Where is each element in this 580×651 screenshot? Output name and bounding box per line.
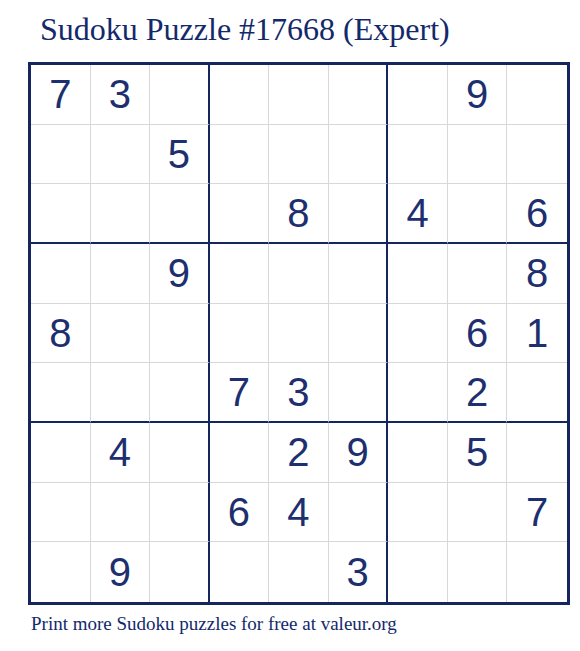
cell-r7c5-given-2[interactable]: 2 [269,423,329,483]
cell-r9c1[interactable] [31,542,91,602]
cell-r5c2[interactable] [91,304,151,364]
cell-r5c4[interactable] [210,304,270,364]
cell-r2c7[interactable] [388,125,448,185]
cell-r8c2[interactable] [91,483,151,543]
cell-r1c9[interactable] [507,65,567,125]
cell-r9c9[interactable] [507,542,567,602]
cell-r5c5[interactable] [269,304,329,364]
cell-r6c7[interactable] [388,363,448,423]
cell-r1c1-given-7[interactable]: 7 [31,65,91,125]
cell-r2c5[interactable] [269,125,329,185]
cell-r3c8[interactable] [448,184,508,244]
cell-r5c6[interactable] [329,304,389,364]
cell-r9c5[interactable] [269,542,329,602]
cell-r4c4[interactable] [210,244,270,304]
cell-r7c6-given-9[interactable]: 9 [329,423,389,483]
cell-r4c8[interactable] [448,244,508,304]
cell-r3c9-given-6[interactable]: 6 [507,184,567,244]
cell-r6c2[interactable] [91,363,151,423]
cell-r9c6-given-3[interactable]: 3 [329,542,389,602]
cell-r7c8-given-5[interactable]: 5 [448,423,508,483]
cell-r1c5[interactable] [269,65,329,125]
cell-r8c4-given-6[interactable]: 6 [210,483,270,543]
cell-r5c7[interactable] [388,304,448,364]
cell-r8c8[interactable] [448,483,508,543]
cell-r3c1[interactable] [31,184,91,244]
cell-r6c8-given-2[interactable]: 2 [448,363,508,423]
cell-r3c3[interactable] [150,184,210,244]
cell-r5c3[interactable] [150,304,210,364]
cell-r6c9[interactable] [507,363,567,423]
cell-r6c6[interactable] [329,363,389,423]
page-title: Sudoku Puzzle #17668 (Expert) [40,11,450,48]
cell-r8c1[interactable] [31,483,91,543]
cell-r7c1[interactable] [31,423,91,483]
cell-r8c9-given-7[interactable]: 7 [507,483,567,543]
cell-r2c6[interactable] [329,125,389,185]
cell-r8c6[interactable] [329,483,389,543]
cell-r6c3[interactable] [150,363,210,423]
cell-r2c2[interactable] [91,125,151,185]
cell-r1c4[interactable] [210,65,270,125]
cell-r1c7[interactable] [388,65,448,125]
cell-r1c6[interactable] [329,65,389,125]
cell-r4c3-given-9[interactable]: 9 [150,244,210,304]
cell-r2c1[interactable] [31,125,91,185]
cell-r4c7[interactable] [388,244,448,304]
cell-r3c4[interactable] [210,184,270,244]
cell-r1c3[interactable] [150,65,210,125]
cell-r2c4[interactable] [210,125,270,185]
cell-r7c4[interactable] [210,423,270,483]
cell-r2c8[interactable] [448,125,508,185]
cell-r6c4-given-7[interactable]: 7 [210,363,270,423]
cell-r4c2[interactable] [91,244,151,304]
cell-r5c8-given-6[interactable]: 6 [448,304,508,364]
cell-r3c5-given-8[interactable]: 8 [269,184,329,244]
cell-r7c7[interactable] [388,423,448,483]
cell-r6c5-given-3[interactable]: 3 [269,363,329,423]
cell-r3c7-given-4[interactable]: 4 [388,184,448,244]
cell-r4c9-given-8[interactable]: 8 [507,244,567,304]
sudoku-board: 739584698861732429564793 [28,62,570,605]
cell-r3c6[interactable] [329,184,389,244]
footer-text: Print more Sudoku puzzles for free at va… [31,613,397,635]
cell-r9c3[interactable] [150,542,210,602]
cell-r9c2-given-9[interactable]: 9 [91,542,151,602]
cell-r9c8[interactable] [448,542,508,602]
cell-r1c2-given-3[interactable]: 3 [91,65,151,125]
cell-r7c2-given-4[interactable]: 4 [91,423,151,483]
cell-r8c5-given-4[interactable]: 4 [269,483,329,543]
cell-r4c1[interactable] [31,244,91,304]
cell-r3c2[interactable] [91,184,151,244]
cell-r9c7[interactable] [388,542,448,602]
cell-r1c8-given-9[interactable]: 9 [448,65,508,125]
cell-r6c1[interactable] [31,363,91,423]
cell-r4c5[interactable] [269,244,329,304]
cell-r7c9[interactable] [507,423,567,483]
cell-r2c3-given-5[interactable]: 5 [150,125,210,185]
cell-r2c9[interactable] [507,125,567,185]
cell-r7c3[interactable] [150,423,210,483]
cell-r5c1-given-8[interactable]: 8 [31,304,91,364]
cell-r8c7[interactable] [388,483,448,543]
cell-r4c6[interactable] [329,244,389,304]
cell-r5c9-given-1[interactable]: 1 [507,304,567,364]
cell-r8c3[interactable] [150,483,210,543]
cell-r9c4[interactable] [210,542,270,602]
